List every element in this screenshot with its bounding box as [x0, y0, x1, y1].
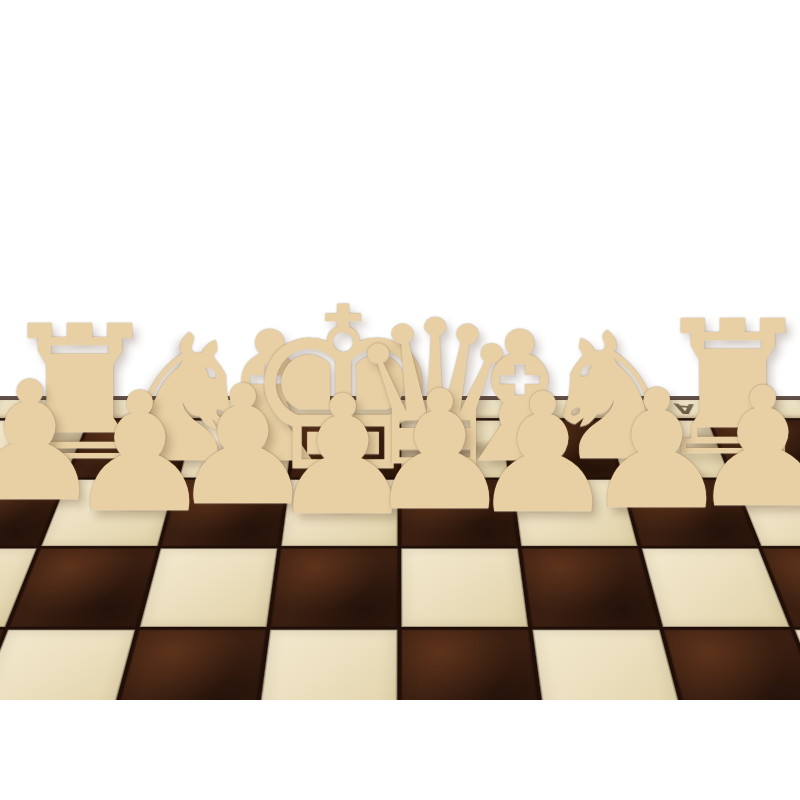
square-c4 — [532, 630, 684, 700]
square-f3 — [140, 548, 278, 627]
square-e4 — [258, 630, 398, 700]
square-g4 — [0, 630, 135, 700]
square-d4 — [401, 630, 540, 700]
product-photo: A ♜♞♝♚♛♝♞♜♟♟♟♟♟♟♟♟ — [0, 0, 800, 800]
square-b4 — [664, 630, 800, 700]
square-f4 — [114, 630, 266, 700]
square-d3 — [401, 548, 528, 627]
square-e3 — [271, 548, 398, 627]
square-c3 — [521, 548, 658, 627]
piece-pawn-a2: ♟ — [681, 366, 800, 531]
